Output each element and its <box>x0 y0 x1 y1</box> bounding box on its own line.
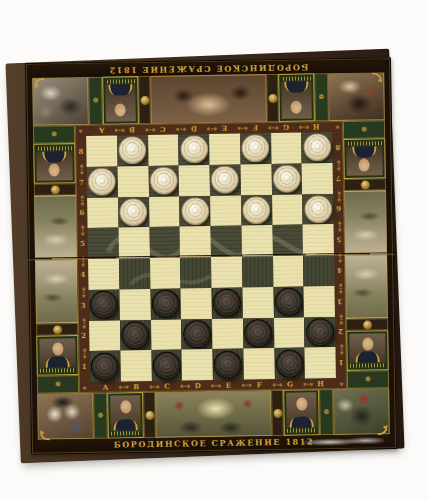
square-e6[interactable] <box>210 195 241 226</box>
general-portrait-left-upper <box>33 143 76 184</box>
rank-label-8: 8✻•✻ <box>75 136 86 167</box>
rank-label-5: 5✻•✻ <box>77 228 88 259</box>
file-label-H: H <box>301 121 332 132</box>
square-e5[interactable] <box>211 226 242 257</box>
file-label-D: D✻•✻ <box>182 380 213 391</box>
gold-flourish-icon <box>370 71 383 84</box>
square-h6[interactable] <box>302 194 333 225</box>
rank-label-4: 4✻•✻ <box>334 255 345 286</box>
black-checker-a1[interactable] <box>91 352 119 380</box>
top-art-band: ❁ ❁ <box>32 72 385 126</box>
ring-corner-ornament: ✻ <box>75 125 86 136</box>
square-f3[interactable] <box>242 287 273 318</box>
rank-label-3: 3✻•✻ <box>334 286 345 317</box>
gold-flourish-icon <box>376 423 389 436</box>
square-d7[interactable] <box>179 165 210 196</box>
square-c4[interactable] <box>150 257 181 288</box>
white-checker-b8[interactable] <box>118 136 146 164</box>
square-a8[interactable] <box>86 135 117 166</box>
medal-emblem-icon <box>36 323 78 336</box>
square-a4[interactable] <box>88 258 119 289</box>
square-b8[interactable] <box>117 135 148 166</box>
ring-corner-ornament: ✻ <box>79 382 90 393</box>
bottom-art-band: ❁ ❁ <box>37 388 390 440</box>
square-d2[interactable] <box>181 318 212 349</box>
rank-label-1: 1 <box>78 351 89 382</box>
battlefield-landscape-left-lower <box>35 259 78 324</box>
square-h4[interactable] <box>303 255 334 286</box>
game-board: БОРОДИНСКОЕ СРАЖЕНИЕ 1812 ❁ ❁ ❁ ❁ <box>25 57 397 455</box>
square-b4[interactable] <box>119 258 150 289</box>
square-c1[interactable] <box>151 350 182 381</box>
file-label-F: F✻•✻ <box>240 122 271 133</box>
square-a6[interactable] <box>87 197 118 228</box>
square-f2[interactable] <box>243 318 274 349</box>
square-b2[interactable] <box>120 319 151 350</box>
green-ornament-panel: ❁ <box>93 393 108 439</box>
medal-emblem-icon <box>344 178 386 191</box>
rank-label-6: 6✻•✻ <box>333 193 344 224</box>
file-label-F: F✻•✻ <box>244 379 275 390</box>
rank-label-3: 3✻•✻ <box>78 290 89 321</box>
portrait-caption <box>281 76 311 80</box>
square-a5[interactable] <box>88 228 119 259</box>
square-a1[interactable] <box>89 351 120 382</box>
square-b5[interactable] <box>118 227 149 258</box>
square-g5[interactable] <box>272 225 303 256</box>
square-b7[interactable] <box>117 166 148 197</box>
portrait-caption <box>346 141 382 146</box>
square-g3[interactable] <box>273 286 304 317</box>
ring-corner-ornament: ✻ <box>332 121 343 132</box>
rank-label-6: 6✻•✻ <box>76 197 87 228</box>
black-checker-f2[interactable] <box>244 319 272 347</box>
square-f6[interactable] <box>241 195 272 226</box>
rank-label-5: 5✻•✻ <box>334 224 345 255</box>
white-checker-f8[interactable] <box>241 134 269 162</box>
square-d8[interactable] <box>178 134 209 165</box>
black-checker-c1[interactable] <box>152 351 180 379</box>
square-g1[interactable] <box>274 348 305 379</box>
rank-label-7: 7✻•✻ <box>76 167 87 198</box>
general-portrait-top-right <box>278 73 315 122</box>
green-ornament-panel: ❁ <box>33 125 75 144</box>
square-h3[interactable] <box>304 286 335 317</box>
square-e3[interactable] <box>211 287 242 318</box>
black-checker-g3[interactable] <box>274 288 302 316</box>
rank-label-7: 7✻•✻ <box>333 163 344 194</box>
square-c6[interactable] <box>149 196 180 227</box>
file-label-A: A✻•✻ <box>86 124 117 135</box>
file-label-G: G✻•✻ <box>274 379 305 390</box>
square-c2[interactable] <box>150 319 181 350</box>
square-e7[interactable] <box>210 164 241 195</box>
square-c8[interactable] <box>148 134 179 165</box>
square-e1[interactable] <box>212 349 243 380</box>
general-portrait-top-left <box>102 76 139 125</box>
black-checker-c3[interactable] <box>151 290 179 318</box>
gold-flourish-icon <box>33 77 46 90</box>
file-label-G: G✻•✻ <box>270 122 301 133</box>
white-checker-h6[interactable] <box>304 195 332 223</box>
square-a7[interactable] <box>87 166 118 197</box>
square-f4[interactable] <box>242 256 273 287</box>
photo-background: БОРОДИНСКОЕ СРАЖЕНИЕ 1812 ❁ ❁ ❁ ❁ <box>0 0 428 500</box>
green-ornament-panel: ❁ <box>37 375 79 394</box>
square-f5[interactable] <box>241 225 272 256</box>
medal-emblem-icon <box>266 74 279 122</box>
square-e8[interactable] <box>209 134 240 165</box>
general-portrait-right-upper <box>343 138 386 179</box>
general-portrait-right-lower <box>346 330 389 371</box>
file-label-A: A✻•✻ <box>90 381 121 392</box>
rank-label-2: 2✻•✻ <box>335 316 346 347</box>
square-h8[interactable] <box>301 132 332 163</box>
square-h1[interactable] <box>305 347 336 378</box>
ring-corner-ornament: ✻ <box>336 378 347 389</box>
white-checker-h8[interactable] <box>303 133 331 161</box>
square-d4[interactable] <box>180 257 211 288</box>
black-checker-e1[interactable] <box>214 350 242 378</box>
rank-label-1: 1 <box>335 347 346 378</box>
square-b6[interactable] <box>118 196 149 227</box>
square-e2[interactable] <box>212 318 243 349</box>
battle-painting-top <box>150 74 267 124</box>
medal-emblem-icon <box>138 76 151 124</box>
square-a3[interactable] <box>89 289 120 320</box>
rank-label-8: 8✻•✻ <box>332 132 343 163</box>
portrait-caption <box>105 79 135 83</box>
square-f1[interactable] <box>243 348 274 379</box>
medal-emblem-icon <box>143 392 156 438</box>
white-checker-b6[interactable] <box>119 198 147 226</box>
rank-label-2: 2✻•✻ <box>78 320 89 351</box>
white-checker-e7[interactable] <box>211 166 239 194</box>
green-ornament-panel: ❁ <box>314 73 329 121</box>
file-label-B: B✻•✻ <box>121 381 152 392</box>
square-f8[interactable] <box>240 133 271 164</box>
general-portrait-bottom-left <box>107 392 144 439</box>
white-checker-g7[interactable] <box>272 165 300 193</box>
square-c3[interactable] <box>150 288 181 319</box>
battle-painting-bottom <box>155 390 272 438</box>
green-ornament-panel: ❁ <box>319 389 334 435</box>
white-checker-d6[interactable] <box>181 197 209 225</box>
black-checker-h2[interactable] <box>306 318 334 346</box>
square-g7[interactable] <box>271 163 302 194</box>
square-g2[interactable] <box>273 317 304 348</box>
green-ornament-panel: ❁ <box>347 370 389 389</box>
square-g6[interactable] <box>272 194 303 225</box>
green-ornament-panel: ❁ <box>88 77 103 125</box>
square-g4[interactable] <box>273 256 304 287</box>
black-checker-d2[interactable] <box>183 320 211 348</box>
black-checker-a3[interactable] <box>90 291 118 319</box>
black-checker-b2[interactable] <box>121 321 149 349</box>
portrait-caption <box>40 368 76 373</box>
file-label-B: B✻•✻ <box>117 124 148 135</box>
square-b3[interactable] <box>119 289 150 320</box>
square-c5[interactable] <box>149 227 180 258</box>
battlefield-landscape-right-lower <box>345 254 388 319</box>
general-portrait-bottom-right <box>283 389 320 436</box>
portrait-caption <box>111 431 141 435</box>
square-a2[interactable] <box>89 320 120 351</box>
square-h5[interactable] <box>303 224 334 255</box>
general-portrait-left-lower <box>36 335 79 376</box>
black-checker-e3[interactable] <box>213 289 241 317</box>
rank-label-4: 4✻•✻ <box>77 259 88 290</box>
square-f7[interactable] <box>240 164 271 195</box>
portrait-caption <box>350 363 386 368</box>
file-label-C: C✻•✻ <box>151 380 182 391</box>
white-checker-d8[interactable] <box>180 135 208 163</box>
battlefield-landscape-left-upper <box>34 195 77 260</box>
square-d6[interactable] <box>179 196 210 227</box>
portrait-caption <box>287 428 317 432</box>
file-label-D: D✻•✻ <box>178 123 209 134</box>
file-label-E: E✻•✻ <box>213 380 244 391</box>
white-checker-a7[interactable] <box>88 168 116 196</box>
portrait-caption <box>36 146 72 151</box>
square-d3[interactable] <box>181 288 212 319</box>
square-h2[interactable] <box>304 317 335 348</box>
white-checker-f6[interactable] <box>242 196 270 224</box>
green-ornament-panel: ❁ <box>343 120 385 139</box>
square-e4[interactable] <box>211 257 242 288</box>
square-h7[interactable] <box>302 163 333 194</box>
medal-emblem-icon <box>34 183 76 196</box>
square-c7[interactable] <box>148 165 179 196</box>
black-checker-g1[interactable] <box>275 349 303 377</box>
square-b1[interactable] <box>120 350 151 381</box>
medal-emblem-icon <box>346 318 388 331</box>
gold-flourish-icon <box>39 429 52 442</box>
white-checker-c7[interactable] <box>149 167 177 195</box>
file-label-E: E✻•✻ <box>209 123 240 134</box>
square-g8[interactable] <box>271 133 302 164</box>
square-d1[interactable] <box>182 349 213 380</box>
medal-emblem-icon <box>271 390 284 436</box>
file-label-H: H <box>305 378 336 389</box>
file-label-C: C✻•✻ <box>147 123 178 134</box>
square-d5[interactable] <box>180 226 211 257</box>
battlefield-landscape-right-upper <box>344 190 387 255</box>
